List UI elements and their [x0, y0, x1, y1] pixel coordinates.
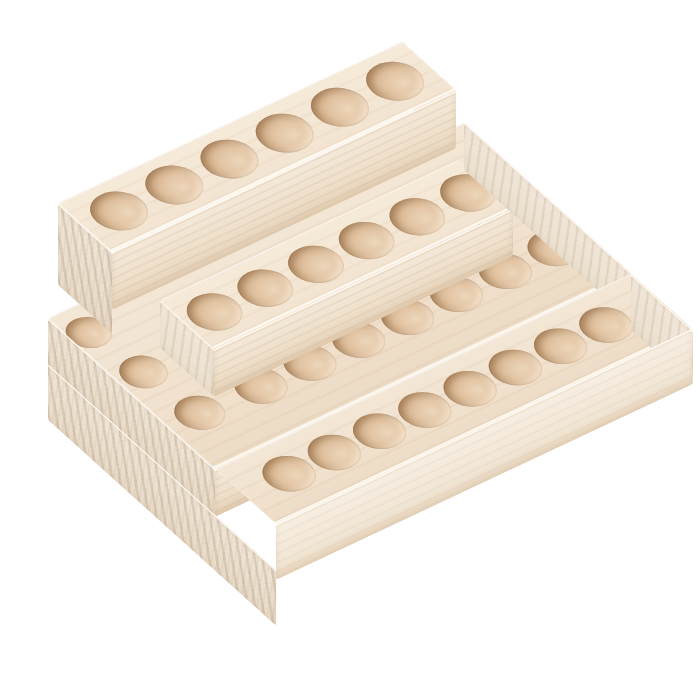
bottle-hole: [164, 389, 236, 436]
product-photo-stage: [0, 0, 700, 700]
